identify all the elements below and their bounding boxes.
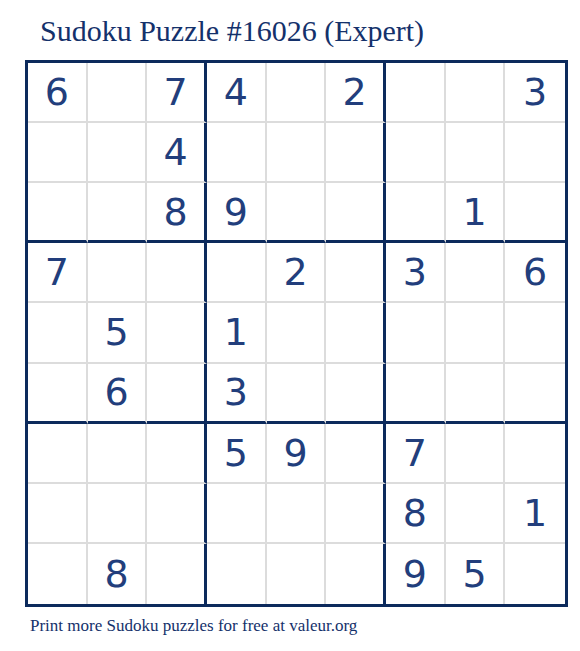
sudoku-cell-r6c8 <box>446 364 506 424</box>
sudoku-cell-r4c2 <box>88 243 148 303</box>
sudoku-cell-r2c4 <box>207 123 267 183</box>
sudoku-cell-r7c2 <box>88 424 148 484</box>
sudoku-cell-r7c7: 7 <box>386 424 446 484</box>
sudoku-cell-r4c8 <box>446 243 506 303</box>
sudoku-cell-r6c4: 3 <box>207 364 267 424</box>
sudoku-cell-r8c1 <box>28 484 88 544</box>
sudoku-cell-r5c4: 1 <box>207 303 267 363</box>
sudoku-cell-r6c3 <box>147 364 207 424</box>
page-title: Sudoku Puzzle #16026 (Expert) <box>40 14 424 48</box>
sudoku-cell-r5c7 <box>386 303 446 363</box>
sudoku-cell-r2c2 <box>88 123 148 183</box>
sudoku-cell-r2c6 <box>326 123 386 183</box>
sudoku-cell-r7c5: 9 <box>267 424 327 484</box>
sudoku-cell-r8c2 <box>88 484 148 544</box>
sudoku-cell-r8c4 <box>207 484 267 544</box>
sudoku-cell-r3c7 <box>386 183 446 243</box>
footer-text: Print more Sudoku puzzles for free at va… <box>30 616 357 636</box>
sudoku-cell-r2c5 <box>267 123 327 183</box>
sudoku-grid: 6742348917236516359781895 <box>25 60 568 607</box>
sudoku-cell-r5c3 <box>147 303 207 363</box>
sudoku-cell-r6c7 <box>386 364 446 424</box>
sudoku-cell-r5c2: 5 <box>88 303 148 363</box>
sudoku-cell-r8c5 <box>267 484 327 544</box>
sudoku-cell-r7c3 <box>147 424 207 484</box>
sudoku-cell-r9c3 <box>147 544 207 604</box>
sudoku-cell-r3c2 <box>88 183 148 243</box>
sudoku-cell-r3c3: 8 <box>147 183 207 243</box>
sudoku-cell-r9c5 <box>267 544 327 604</box>
sudoku-cell-r2c1 <box>28 123 88 183</box>
sudoku-cell-r8c7: 8 <box>386 484 446 544</box>
sudoku-cell-r3c4: 9 <box>207 183 267 243</box>
sudoku-cell-r7c6 <box>326 424 386 484</box>
sudoku-cell-r4c1: 7 <box>28 243 88 303</box>
sudoku-cell-r5c6 <box>326 303 386 363</box>
sudoku-cell-r1c5 <box>267 63 327 123</box>
sudoku-cell-r9c8: 5 <box>446 544 506 604</box>
sudoku-cell-r3c5 <box>267 183 327 243</box>
sudoku-cell-r7c4: 5 <box>207 424 267 484</box>
sudoku-cell-r7c1 <box>28 424 88 484</box>
sudoku-cell-r1c2 <box>88 63 148 123</box>
sudoku-cell-r7c8 <box>446 424 506 484</box>
sudoku-cell-r8c9: 1 <box>505 484 565 544</box>
sudoku-cell-r9c9 <box>505 544 565 604</box>
sudoku-cell-r9c2: 8 <box>88 544 148 604</box>
sudoku-cell-r1c7 <box>386 63 446 123</box>
sudoku-cell-r2c8 <box>446 123 506 183</box>
sudoku-cell-r4c3 <box>147 243 207 303</box>
sudoku-cell-r9c4 <box>207 544 267 604</box>
sudoku-cell-r5c9 <box>505 303 565 363</box>
sudoku-cell-r2c7 <box>386 123 446 183</box>
sudoku-cell-r4c6 <box>326 243 386 303</box>
sudoku-cell-r1c9: 3 <box>505 63 565 123</box>
sudoku-cell-r1c6: 2 <box>326 63 386 123</box>
sudoku-cell-r2c9 <box>505 123 565 183</box>
sudoku-cell-r1c8 <box>446 63 506 123</box>
sudoku-cell-r6c6 <box>326 364 386 424</box>
sudoku-cell-r9c1 <box>28 544 88 604</box>
sudoku-cell-r1c1: 6 <box>28 63 88 123</box>
sudoku-cell-r6c1 <box>28 364 88 424</box>
sudoku-cell-r3c8: 1 <box>446 183 506 243</box>
sudoku-cell-r5c8 <box>446 303 506 363</box>
sudoku-cell-r3c1 <box>28 183 88 243</box>
sudoku-cell-r6c2: 6 <box>88 364 148 424</box>
sudoku-cell-r8c8 <box>446 484 506 544</box>
sudoku-cell-r1c4: 4 <box>207 63 267 123</box>
sudoku-cell-r5c1 <box>28 303 88 363</box>
sudoku-cell-r9c6 <box>326 544 386 604</box>
sudoku-cell-r5c5 <box>267 303 327 363</box>
sudoku-cell-r1c3: 7 <box>147 63 207 123</box>
sudoku-cell-r7c9 <box>505 424 565 484</box>
sudoku-cell-r6c9 <box>505 364 565 424</box>
sudoku-cell-r8c6 <box>326 484 386 544</box>
sudoku-cell-r2c3: 4 <box>147 123 207 183</box>
sudoku-cell-r9c7: 9 <box>386 544 446 604</box>
sudoku-cell-r3c9 <box>505 183 565 243</box>
sudoku-cell-r4c9: 6 <box>505 243 565 303</box>
sudoku-cell-r6c5 <box>267 364 327 424</box>
sudoku-cell-r8c3 <box>147 484 207 544</box>
sudoku-cell-r4c4 <box>207 243 267 303</box>
sudoku-cell-r3c6 <box>326 183 386 243</box>
sudoku-cell-r4c7: 3 <box>386 243 446 303</box>
sudoku-cell-r4c5: 2 <box>267 243 327 303</box>
